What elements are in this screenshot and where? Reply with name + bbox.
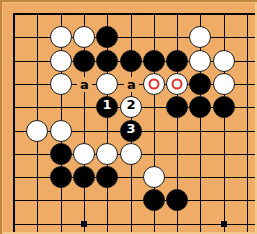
- grid-line: [224, 13, 225, 234]
- circle-mark-icon: [149, 79, 160, 90]
- black-stone: [213, 96, 235, 118]
- grid-line: [13, 13, 257, 15]
- white-stone-circled: [143, 73, 165, 95]
- white-stone: [96, 73, 118, 95]
- white-stone: [26, 120, 48, 142]
- white-stone-move-2: 2: [120, 96, 142, 118]
- white-stone: [213, 73, 235, 95]
- black-stone: [166, 96, 188, 118]
- black-stone: [120, 50, 142, 72]
- black-stone: [143, 50, 165, 72]
- circle-mark-icon: [172, 79, 183, 90]
- black-stone: [189, 96, 211, 118]
- go-diagram: aa123: [0, 0, 257, 234]
- black-stone: [96, 50, 118, 72]
- star-point: [81, 221, 87, 227]
- move-number: 2: [121, 97, 141, 117]
- white-stone: [143, 166, 165, 188]
- white-stone-circled: [166, 73, 188, 95]
- white-stone: [213, 50, 235, 72]
- white-stone: [50, 26, 72, 48]
- black-stone: [50, 166, 72, 188]
- white-stone: [73, 26, 95, 48]
- point-label-a: a: [77, 77, 92, 92]
- move-number: 1: [97, 97, 117, 117]
- black-stone-move-3: 3: [120, 120, 142, 142]
- grid-line: [247, 13, 248, 234]
- black-stone: [96, 166, 118, 188]
- white-stone: [120, 143, 142, 165]
- black-stone: [166, 189, 188, 211]
- black-stone: [73, 50, 95, 72]
- white-stone: [73, 143, 95, 165]
- black-stone: [73, 166, 95, 188]
- black-stone: [166, 50, 188, 72]
- white-stone: [50, 73, 72, 95]
- move-number: 3: [121, 121, 141, 141]
- white-stone: [50, 50, 72, 72]
- star-point: [221, 221, 227, 227]
- black-stone: [143, 189, 165, 211]
- white-stone: [189, 50, 211, 72]
- grid-line: [13, 200, 257, 201]
- black-stone: [96, 26, 118, 48]
- grid-line: [13, 13, 15, 234]
- black-stone: [50, 143, 72, 165]
- white-stone: [50, 120, 72, 142]
- white-stone: [96, 143, 118, 165]
- black-stone-move-1: 1: [96, 96, 118, 118]
- point-label-a: a: [124, 77, 139, 92]
- black-stone: [189, 73, 211, 95]
- white-stone: [189, 26, 211, 48]
